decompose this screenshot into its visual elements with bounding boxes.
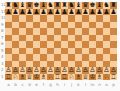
- square-p1[interactable]: ♖: [110, 74, 117, 81]
- white-knight[interactable]: ♘: [103, 74, 109, 81]
- square-a1[interactable]: ♖: [5, 74, 12, 81]
- square-l1[interactable]: ♕: [82, 74, 89, 81]
- file-label: o: [103, 81, 110, 88]
- file-label: l: [82, 81, 89, 88]
- square-o1[interactable]: ♘: [103, 74, 110, 81]
- square-k1[interactable]: ♗: [75, 74, 82, 81]
- file-label: p: [110, 81, 117, 88]
- chess-board: ♜♞♝♛♚♝♞♜♜♞♝♛♚♝♞♜♟♟♟♟♟♟♟♟♟♟♟♟♟♟♟♟♙♙♙♙♙♙♙♙…: [5, 2, 117, 80]
- square-n1[interactable]: ♗: [96, 74, 103, 81]
- white-bishop[interactable]: ♗: [96, 74, 102, 81]
- white-knight[interactable]: ♘: [47, 74, 53, 81]
- file-label: b: [12, 81, 19, 88]
- board-stage: 121110987654321 ♜♞♝♛♚♝♞♜♜♞♝♛♚♝♞♜♟♟♟♟♟♟♟♟…: [0, 0, 120, 91]
- white-rook[interactable]: ♖: [54, 74, 60, 81]
- file-label: a: [5, 81, 12, 88]
- square-c1[interactable]: ♗: [19, 74, 26, 81]
- white-bishop[interactable]: ♗: [19, 74, 25, 81]
- white-rook[interactable]: ♖: [110, 74, 116, 81]
- file-labels: abcdefghijklmnop: [5, 81, 117, 88]
- file-label: d: [26, 81, 33, 88]
- square-i1[interactable]: ♖: [61, 74, 68, 81]
- file-label: k: [75, 81, 82, 88]
- white-king[interactable]: ♔: [89, 74, 95, 81]
- square-e1[interactable]: ♔: [33, 74, 40, 81]
- white-knight[interactable]: ♘: [12, 74, 18, 81]
- white-bishop[interactable]: ♗: [75, 74, 81, 81]
- square-g1[interactable]: ♘: [47, 74, 54, 81]
- square-d1[interactable]: ♕: [26, 74, 33, 81]
- square-j1[interactable]: ♘: [68, 74, 75, 81]
- file-label: n: [96, 81, 103, 88]
- square-h1[interactable]: ♖: [54, 74, 61, 81]
- white-queen[interactable]: ♕: [82, 74, 88, 81]
- white-bishop[interactable]: ♗: [40, 74, 46, 81]
- file-label: e: [33, 81, 40, 88]
- white-rook[interactable]: ♖: [5, 74, 11, 81]
- white-king[interactable]: ♔: [33, 74, 39, 81]
- white-knight[interactable]: ♘: [68, 74, 74, 81]
- square-b1[interactable]: ♘: [12, 74, 19, 81]
- file-label: h: [54, 81, 61, 88]
- file-label: j: [68, 81, 75, 88]
- white-queen[interactable]: ♕: [26, 74, 32, 81]
- file-label: m: [89, 81, 96, 88]
- file-label: c: [19, 81, 26, 88]
- file-label: g: [47, 81, 54, 88]
- white-rook[interactable]: ♖: [61, 74, 67, 81]
- file-label: i: [61, 81, 68, 88]
- square-f1[interactable]: ♗: [40, 74, 47, 81]
- file-label: f: [40, 81, 47, 88]
- square-m1[interactable]: ♔: [89, 74, 96, 81]
